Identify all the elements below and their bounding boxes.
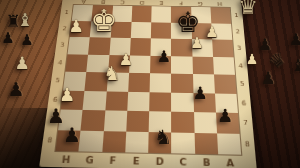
square-h7 (58, 110, 83, 131)
square-g2 (90, 21, 111, 38)
square-c4 (171, 56, 192, 74)
square-c2 (171, 22, 191, 39)
square-f1 (111, 6, 132, 22)
square-d8 (148, 132, 171, 154)
square-g4 (87, 54, 109, 72)
square-a8 (217, 133, 241, 155)
square-d7 (149, 111, 172, 132)
square-f2 (110, 21, 131, 38)
rank-label-5: 5 (50, 71, 66, 90)
square-b7 (194, 112, 217, 133)
square-e1 (131, 6, 151, 22)
square-e2 (131, 22, 152, 39)
rank-label-8: 8 (240, 133, 256, 155)
chess-board: HGFEDCBA HGFEDCBA 12345678 12345678 (39, 0, 257, 168)
square-h4 (65, 54, 88, 72)
square-a1 (210, 7, 231, 23)
square-b3 (192, 39, 213, 56)
square-g7 (81, 110, 105, 131)
square-f3 (109, 38, 131, 55)
square-g3 (88, 37, 110, 54)
rank-label-1: 1 (230, 8, 243, 24)
square-d5 (150, 73, 172, 92)
square-f6 (105, 91, 128, 111)
rank-label-3: 3 (232, 40, 246, 57)
square-g5 (85, 72, 108, 91)
rank-label-7: 7 (44, 109, 60, 130)
chessboard-photo: HGFEDCBA HGFEDCBA 12345678 12345678 ♛♝♜♟… (0, 0, 300, 168)
board-squares (56, 5, 242, 155)
file-label-far-a: A (74, 0, 95, 7)
square-h5 (63, 72, 86, 91)
square-b6 (193, 93, 216, 113)
square-d4 (150, 55, 171, 73)
square-e5 (128, 73, 150, 92)
square-c8 (171, 132, 194, 154)
square-c3 (171, 39, 192, 56)
file-label-h: H (54, 152, 79, 168)
square-f8 (102, 131, 126, 153)
square-e6 (127, 91, 150, 111)
square-g6 (83, 91, 107, 111)
square-a7 (216, 113, 240, 134)
rank-label-7: 7 (238, 113, 254, 134)
square-c5 (171, 74, 193, 93)
file-label-far-g: G (190, 0, 210, 9)
square-a4 (213, 57, 235, 75)
file-labels-bottom: HGFEDCBA (54, 152, 243, 168)
rank-label-4: 4 (52, 54, 67, 72)
file-label-far-b: B (93, 0, 113, 7)
square-g8 (79, 130, 104, 152)
rank-label-1: 1 (60, 5, 74, 21)
square-f5 (106, 72, 129, 91)
square-b4 (192, 56, 214, 74)
rank-label-6: 6 (236, 93, 251, 113)
square-h6 (61, 90, 85, 110)
file-label-far-c: C (113, 0, 133, 7)
file-label-d: D (148, 154, 172, 168)
rank-label-6: 6 (47, 90, 63, 110)
rank-label-5: 5 (235, 75, 250, 94)
file-label-b: B (195, 155, 219, 168)
square-h3 (68, 37, 90, 54)
square-f4 (108, 55, 130, 73)
file-label-g: G (77, 152, 102, 168)
square-b5 (192, 74, 214, 93)
rank-label-2: 2 (231, 23, 245, 40)
square-e4 (129, 55, 151, 73)
file-label-c: C (171, 154, 195, 168)
square-e3 (130, 38, 151, 55)
square-h8 (56, 130, 81, 152)
square-d6 (149, 92, 171, 112)
file-label-a: A (218, 155, 242, 168)
square-h2 (70, 21, 92, 38)
file-label-f: F (101, 153, 125, 168)
square-b2 (191, 23, 212, 40)
rank-label-2: 2 (57, 20, 71, 37)
file-label-e: E (124, 153, 148, 168)
square-d3 (150, 38, 171, 55)
square-d2 (151, 22, 171, 39)
square-e7 (126, 111, 149, 132)
file-label-far-e: E (152, 0, 172, 8)
file-label-far-d: D (132, 0, 152, 8)
square-a3 (212, 39, 234, 56)
square-a6 (215, 93, 238, 113)
square-b1 (191, 7, 211, 23)
square-e8 (125, 131, 149, 153)
rank-label-4: 4 (234, 57, 248, 75)
square-c6 (171, 92, 193, 112)
square-a2 (211, 23, 232, 40)
file-label-far-f: F (171, 0, 191, 8)
square-h1 (72, 5, 93, 21)
square-a5 (214, 74, 237, 93)
square-f7 (103, 110, 127, 131)
square-c7 (171, 112, 194, 133)
rank-label-3: 3 (55, 37, 70, 54)
square-b8 (194, 132, 218, 154)
square-d1 (151, 6, 171, 22)
rank-label-8: 8 (41, 129, 58, 150)
file-label-far-h: H (210, 0, 230, 9)
square-c1 (171, 7, 191, 23)
square-g1 (92, 5, 113, 21)
